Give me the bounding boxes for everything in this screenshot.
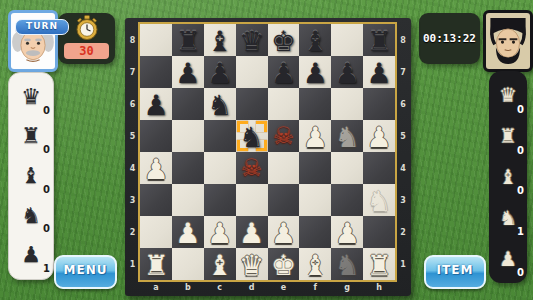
white-rook[interactable]: ♜	[363, 242, 395, 280]
move-timer-value: 30	[64, 43, 109, 59]
square-a6[interactable]: ♟	[140, 88, 172, 120]
chess-board[interactable]: 87654321 ♜♝♛♚♝♜♟♟♟♟♟♟♟♞♞☠♟♞♟♟☠♞♟♟♟♟♟♜♝♛♚…	[125, 18, 411, 296]
capture-skull-icon[interactable]: ☠	[268, 120, 300, 152]
captured-count: 0	[517, 104, 524, 115]
board-grid[interactable]: ♜♝♛♚♝♜♟♟♟♟♟♟♟♞♞☠♟♞♟♟☠♞♟♟♟♟♟♜♝♛♚♝♞♜	[140, 24, 395, 280]
square-b7[interactable]: ♟	[172, 56, 204, 88]
menu-button[interactable]: MENU	[54, 255, 117, 289]
captured-row-knight: ♞ 1	[489, 197, 527, 238]
square-d5[interactable]: ♞	[236, 120, 268, 152]
file-label-c: c	[204, 280, 236, 295]
square-g4[interactable]	[331, 152, 363, 184]
black-pawn[interactable]: ♟	[299, 50, 331, 88]
white-queen[interactable]: ♛	[236, 242, 268, 280]
square-c1[interactable]: ♝	[204, 248, 236, 280]
rank-label-3: 3	[125, 184, 140, 216]
square-b5[interactable]	[172, 120, 204, 152]
white-bishop[interactable]: ♝	[204, 242, 236, 280]
square-h5[interactable]: ♟	[363, 120, 395, 152]
rank-label-1: 1	[395, 248, 411, 280]
white-pawn-icon: ♟	[499, 249, 517, 269]
square-e6[interactable]	[268, 88, 300, 120]
square-b6[interactable]	[172, 88, 204, 120]
square-g7[interactable]: ♟	[331, 56, 363, 88]
file-label-g: g	[331, 280, 363, 295]
file-label-d: d	[236, 280, 268, 295]
square-a3[interactable]	[140, 184, 172, 216]
rank-label-4: 4	[395, 152, 411, 184]
rank-label-8: 8	[395, 24, 411, 56]
file-label-a: a	[140, 280, 172, 295]
square-e5[interactable]: ☠	[268, 120, 300, 152]
square-g1[interactable]: ♞	[331, 248, 363, 280]
white-rook[interactable]: ♜	[140, 242, 172, 280]
captured-tray-black-pieces: ♛ 0 ♜ 0 ♝ 0 ♞ 0 ♟ 1	[8, 72, 54, 280]
square-e7[interactable]: ♟	[268, 56, 300, 88]
captured-count: 1	[517, 226, 524, 237]
captured-row-queen: ♛ 0	[489, 75, 527, 116]
captured-count: 0	[517, 267, 524, 278]
black-knight-icon: ♞	[21, 205, 41, 227]
captured-count: 0	[43, 105, 50, 116]
turn-badge: TURN	[15, 19, 69, 35]
square-a8[interactable]	[140, 24, 172, 56]
black-rook-icon: ♜	[21, 125, 41, 147]
white-player-card: TURN	[8, 10, 58, 72]
file-label-e: e	[268, 280, 300, 295]
square-b1[interactable]	[172, 248, 204, 280]
square-b4[interactable]	[172, 152, 204, 184]
white-knight[interactable]: ♞	[331, 114, 363, 152]
square-c6[interactable]: ♞	[204, 88, 236, 120]
black-bishop-icon: ♝	[21, 165, 41, 187]
white-bishop[interactable]: ♝	[299, 242, 331, 280]
white-knight-ghost: ♞	[363, 178, 395, 216]
rank-label-2: 2	[395, 216, 411, 248]
square-d1[interactable]: ♛	[236, 248, 268, 280]
white-pawn[interactable]: ♟	[299, 114, 331, 152]
white-queen-icon: ♛	[499, 85, 517, 105]
white-knight-ghost: ♞	[331, 242, 363, 280]
square-e4[interactable]	[268, 152, 300, 184]
black-pawn[interactable]: ♟	[140, 82, 172, 120]
rank-label-5: 5	[395, 120, 411, 152]
rank-label-7: 7	[125, 56, 140, 88]
white-king[interactable]: ♚	[268, 242, 300, 280]
captured-tray-white-pieces: ♛ 0 ♜ 0 ♝ 0 ♞ 1 ♟ 0	[489, 71, 527, 283]
rank-label-1: 1	[125, 248, 140, 280]
square-c5[interactable]	[204, 120, 236, 152]
white-pawn[interactable]: ♟	[363, 114, 395, 152]
rank-label-6: 6	[395, 88, 411, 120]
square-c4[interactable]	[204, 152, 236, 184]
square-f4[interactable]	[299, 152, 331, 184]
rank-label-4: 4	[125, 152, 140, 184]
rank-label-5: 5	[125, 120, 140, 152]
black-pawn[interactable]: ♟	[331, 50, 363, 88]
captured-row-pawn: ♟ 0	[489, 238, 527, 279]
stopwatch-icon	[74, 15, 100, 41]
black-pawn[interactable]: ♟	[268, 50, 300, 88]
captured-count: 1	[43, 263, 50, 274]
captured-row-pawn: ♟ 1	[9, 235, 53, 275]
captured-row-bishop: ♝ 0	[489, 157, 527, 198]
rank-labels-right: 87654321	[395, 24, 411, 280]
white-knight-icon: ♞	[499, 208, 517, 228]
square-f7[interactable]: ♟	[299, 56, 331, 88]
square-b2[interactable]: ♟	[172, 216, 204, 248]
file-labels: abcdefgh	[140, 280, 395, 295]
captured-row-rook: ♜ 0	[9, 117, 53, 157]
square-g5[interactable]: ♞	[331, 120, 363, 152]
black-knight[interactable]: ♞	[204, 82, 236, 120]
captured-count: 0	[43, 223, 50, 234]
captured-count: 0	[517, 145, 524, 156]
square-d7[interactable]	[236, 56, 268, 88]
rank-label-2: 2	[125, 216, 140, 248]
black-queen-icon: ♛	[21, 86, 41, 108]
square-e1[interactable]: ♚	[268, 248, 300, 280]
square-h7[interactable]: ♟	[363, 56, 395, 88]
square-a1[interactable]: ♜	[140, 248, 172, 280]
square-f1[interactable]: ♝	[299, 248, 331, 280]
capture-skull-icon[interactable]: ☠	[236, 152, 268, 184]
lincoln-avatar	[486, 13, 530, 69]
square-h1[interactable]: ♜	[363, 248, 395, 280]
black-pawn[interactable]: ♟	[363, 50, 395, 88]
captured-count: 0	[517, 185, 524, 196]
square-h3[interactable]: ♞	[363, 184, 395, 216]
captured-row-queen: ♛ 0	[9, 77, 53, 117]
rank-label-8: 8	[125, 24, 140, 56]
captured-row-bishop: ♝ 0	[9, 156, 53, 196]
captured-count: 0	[43, 184, 50, 195]
square-f3[interactable]	[299, 184, 331, 216]
file-label-h: h	[363, 280, 395, 295]
game-timer: 00:13:22	[419, 13, 480, 64]
square-d4[interactable]: ☠	[236, 152, 268, 184]
white-rook-icon: ♜	[499, 126, 517, 146]
file-label-b: b	[172, 280, 204, 295]
file-label-f: f	[299, 280, 331, 295]
black-player-card	[483, 10, 533, 72]
captured-row-knight: ♞ 0	[9, 196, 53, 236]
black-queen[interactable]: ♛	[236, 18, 268, 56]
game-screen: TURN 30 00:13:22	[0, 0, 533, 300]
rank-label-7: 7	[395, 56, 411, 88]
item-button[interactable]: ITEM	[424, 255, 486, 289]
white-pawn[interactable]: ♟	[140, 146, 172, 184]
white-bishop-icon: ♝	[499, 167, 517, 187]
rank-label-6: 6	[125, 88, 140, 120]
captured-row-rook: ♜ 0	[489, 116, 527, 157]
captured-count: 0	[43, 144, 50, 155]
white-pawn[interactable]: ♟	[172, 210, 204, 248]
square-a4[interactable]: ♟	[140, 152, 172, 184]
square-d8[interactable]: ♛	[236, 24, 268, 56]
rank-labels-left: 87654321	[125, 24, 140, 280]
black-pawn-icon: ♟	[21, 244, 41, 266]
square-f5[interactable]: ♟	[299, 120, 331, 152]
black-knight[interactable]: ♞	[236, 114, 268, 152]
rank-label-3: 3	[395, 184, 411, 216]
black-pawn[interactable]: ♟	[172, 50, 204, 88]
